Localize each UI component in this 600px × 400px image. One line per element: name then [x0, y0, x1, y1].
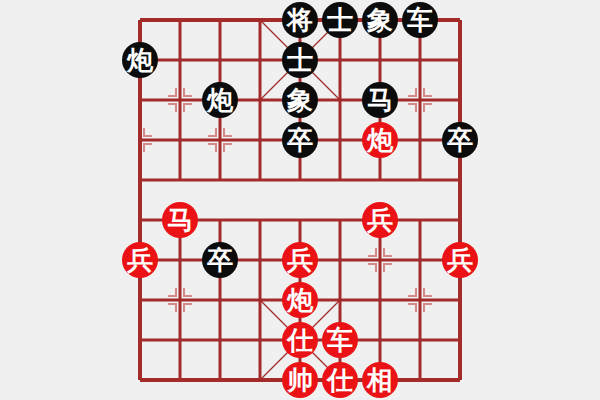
piece-black-advisor[interactable]: 士: [282, 42, 318, 78]
piece-red-soldier[interactable]: 兵: [362, 202, 398, 238]
piece-black-advisor[interactable]: 士: [322, 2, 358, 38]
piece-red-cannon[interactable]: 炮: [362, 122, 398, 158]
piece-black-horse[interactable]: 马: [362, 82, 398, 118]
piece-red-general[interactable]: 帅: [282, 362, 318, 398]
piece-red-soldier[interactable]: 兵: [442, 242, 478, 278]
piece-black-chariot[interactable]: 车: [402, 2, 438, 38]
piece-red-advisor[interactable]: 仕: [322, 362, 358, 398]
piece-red-chariot[interactable]: 车: [322, 322, 358, 358]
piece-red-cannon[interactable]: 炮: [282, 282, 318, 318]
piece-black-elephant[interactable]: 象: [282, 82, 318, 118]
piece-black-cannon[interactable]: 炮: [122, 42, 158, 78]
piece-black-elephant[interactable]: 象: [362, 2, 398, 38]
piece-red-advisor[interactable]: 仕: [282, 322, 318, 358]
piece-red-elephant[interactable]: 相: [362, 362, 398, 398]
piece-red-soldier[interactable]: 兵: [282, 242, 318, 278]
piece-black-soldier[interactable]: 卒: [202, 242, 238, 278]
xiangqi-board[interactable]: 将士象车炮士炮象马卒卒炮马兵兵卒兵兵炮仕车帅仕相: [120, 0, 480, 400]
piece-red-soldier[interactable]: 兵: [122, 242, 158, 278]
piece-black-cannon[interactable]: 炮: [202, 82, 238, 118]
piece-red-horse[interactable]: 马: [162, 202, 198, 238]
xiangqi-app: 将士象车炮士炮象马卒卒炮马兵兵卒兵兵炮仕车帅仕相: [0, 0, 600, 400]
piece-black-soldier[interactable]: 卒: [282, 122, 318, 158]
piece-black-general[interactable]: 将: [282, 2, 318, 38]
piece-black-soldier[interactable]: 卒: [442, 122, 478, 158]
